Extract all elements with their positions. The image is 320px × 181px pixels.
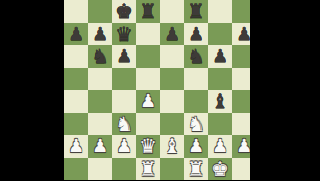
- square-b7[interactable]: ♟: [88, 23, 112, 46]
- square-f3[interactable]: ♞: [184, 113, 208, 136]
- square-d3[interactable]: [136, 113, 160, 136]
- square-d7[interactable]: [136, 23, 160, 46]
- square-f8[interactable]: ♜: [184, 0, 208, 23]
- square-b8[interactable]: [88, 0, 112, 23]
- piece-white-rook-icon[interactable]: ♜: [184, 158, 208, 181]
- piece-white-pawn-icon[interactable]: ♟: [184, 135, 208, 158]
- square-a8[interactable]: [64, 0, 88, 23]
- square-h1[interactable]: [232, 158, 250, 181]
- square-f5[interactable]: [184, 68, 208, 91]
- square-a7[interactable]: ♟: [64, 23, 88, 46]
- piece-black-pawn-icon[interactable]: ♟: [184, 23, 208, 46]
- square-c8[interactable]: ♚: [112, 0, 136, 23]
- chess-board: ♚♜♜♟♟♛♟♟♟♞♟♞♟♟♝♞♞♟♟♟♛♝♟♟♟♜♜♚: [64, 0, 250, 180]
- piece-white-queen-icon[interactable]: ♛: [136, 135, 160, 158]
- square-g6[interactable]: ♟: [208, 45, 232, 68]
- piece-black-pawn-icon[interactable]: ♟: [64, 23, 88, 46]
- square-c4[interactable]: [112, 90, 136, 113]
- piece-black-bishop-icon[interactable]: ♝: [208, 90, 232, 113]
- piece-white-knight-icon[interactable]: ♞: [184, 113, 208, 136]
- square-d5[interactable]: [136, 68, 160, 91]
- piece-white-pawn-icon[interactable]: ♟: [208, 135, 232, 158]
- piece-black-king-icon[interactable]: ♚: [112, 0, 136, 23]
- piece-white-pawn-icon[interactable]: ♟: [232, 135, 250, 158]
- piece-black-pawn-icon[interactable]: ♟: [112, 45, 136, 68]
- square-g3[interactable]: [208, 113, 232, 136]
- piece-white-king-icon[interactable]: ♚: [208, 158, 232, 181]
- square-h6[interactable]: [232, 45, 250, 68]
- piece-white-pawn-icon[interactable]: ♟: [88, 135, 112, 158]
- piece-black-knight-icon[interactable]: ♞: [88, 45, 112, 68]
- square-e4[interactable]: [160, 90, 184, 113]
- square-c5[interactable]: [112, 68, 136, 91]
- square-e5[interactable]: [160, 68, 184, 91]
- square-e8[interactable]: [160, 0, 184, 23]
- square-h3[interactable]: [232, 113, 250, 136]
- square-e6[interactable]: [160, 45, 184, 68]
- piece-black-queen-icon[interactable]: ♛: [112, 23, 136, 46]
- square-b6[interactable]: ♞: [88, 45, 112, 68]
- square-a1[interactable]: [64, 158, 88, 181]
- piece-black-pawn-icon[interactable]: ♟: [232, 23, 250, 46]
- square-c3[interactable]: ♞: [112, 113, 136, 136]
- square-d6[interactable]: [136, 45, 160, 68]
- piece-white-knight-icon[interactable]: ♞: [112, 113, 136, 136]
- square-e1[interactable]: [160, 158, 184, 181]
- square-a6[interactable]: [64, 45, 88, 68]
- square-d2[interactable]: ♛: [136, 135, 160, 158]
- square-b5[interactable]: [88, 68, 112, 91]
- square-g8[interactable]: [208, 0, 232, 23]
- square-f1[interactable]: ♜: [184, 158, 208, 181]
- piece-black-rook-icon[interactable]: ♜: [136, 0, 160, 23]
- square-c2[interactable]: ♟: [112, 135, 136, 158]
- board-viewport: ♚♜♜♟♟♛♟♟♟♞♟♞♟♟♝♞♞♟♟♟♛♝♟♟♟♜♜♚: [64, 0, 250, 180]
- square-h2[interactable]: ♟: [232, 135, 250, 158]
- square-a5[interactable]: [64, 68, 88, 91]
- square-h7[interactable]: ♟: [232, 23, 250, 46]
- square-b3[interactable]: [88, 113, 112, 136]
- square-d8[interactable]: ♜: [136, 0, 160, 23]
- piece-white-pawn-icon[interactable]: ♟: [112, 135, 136, 158]
- piece-white-pawn-icon[interactable]: ♟: [136, 90, 160, 113]
- square-d1[interactable]: ♜: [136, 158, 160, 181]
- square-e7[interactable]: ♟: [160, 23, 184, 46]
- square-b1[interactable]: [88, 158, 112, 181]
- square-a2[interactable]: ♟: [64, 135, 88, 158]
- square-c6[interactable]: ♟: [112, 45, 136, 68]
- piece-white-pawn-icon[interactable]: ♟: [64, 135, 88, 158]
- square-h4[interactable]: [232, 90, 250, 113]
- piece-black-pawn-icon[interactable]: ♟: [208, 45, 232, 68]
- square-g7[interactable]: [208, 23, 232, 46]
- square-h5[interactable]: [232, 68, 250, 91]
- square-a4[interactable]: [64, 90, 88, 113]
- square-b2[interactable]: ♟: [88, 135, 112, 158]
- square-c7[interactable]: ♛: [112, 23, 136, 46]
- chess-app-screen: ♚♜♜♟♟♛♟♟♟♞♟♞♟♟♝♞♞♟♟♟♛♝♟♟♟♜♜♚: [0, 0, 320, 180]
- square-g1[interactable]: ♚: [208, 158, 232, 181]
- piece-black-rook-icon[interactable]: ♜: [184, 0, 208, 23]
- piece-white-bishop-icon[interactable]: ♝: [160, 135, 184, 158]
- square-g5[interactable]: [208, 68, 232, 91]
- square-f7[interactable]: ♟: [184, 23, 208, 46]
- square-h8[interactable]: [232, 0, 250, 23]
- square-g2[interactable]: ♟: [208, 135, 232, 158]
- piece-black-pawn-icon[interactable]: ♟: [88, 23, 112, 46]
- square-e3[interactable]: [160, 113, 184, 136]
- square-a3[interactable]: [64, 113, 88, 136]
- piece-white-rook-icon[interactable]: ♜: [136, 158, 160, 181]
- square-c1[interactable]: [112, 158, 136, 181]
- square-g4[interactable]: ♝: [208, 90, 232, 113]
- piece-black-pawn-icon[interactable]: ♟: [160, 23, 184, 46]
- square-f2[interactable]: ♟: [184, 135, 208, 158]
- square-d4[interactable]: ♟: [136, 90, 160, 113]
- square-b4[interactable]: [88, 90, 112, 113]
- square-f6[interactable]: ♞: [184, 45, 208, 68]
- square-e2[interactable]: ♝: [160, 135, 184, 158]
- square-f4[interactable]: [184, 90, 208, 113]
- piece-black-knight-icon[interactable]: ♞: [184, 45, 208, 68]
